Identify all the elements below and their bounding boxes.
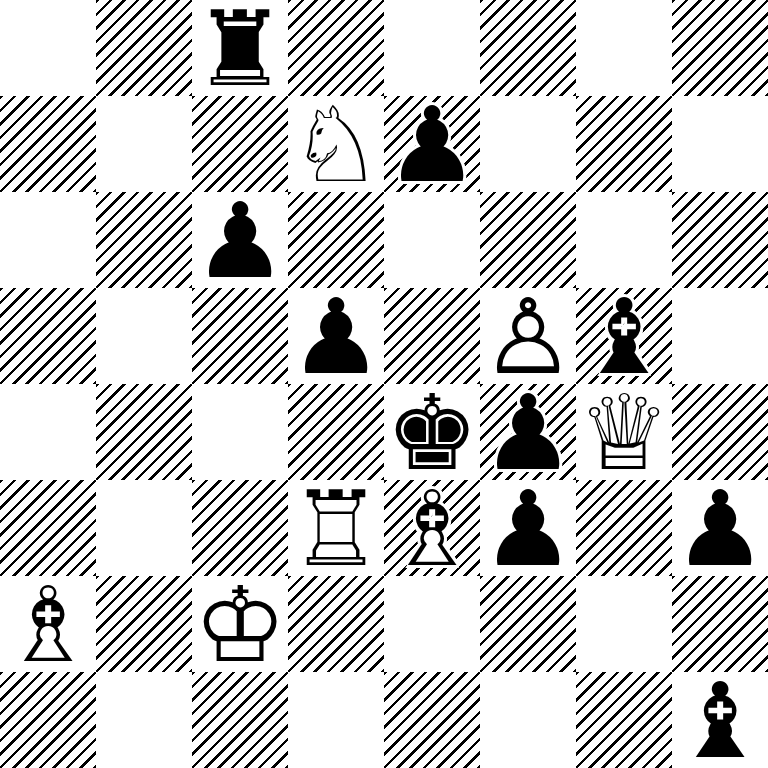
square-f3[interactable]: ♟♟ xyxy=(480,480,576,576)
square-a6[interactable] xyxy=(0,192,96,288)
chess-board: ♜♜♞♘♟♟♟♟♟♟♟♙♝♝♚♚♟♟♛♕♜♖♝♗♟♟♟♟♝♗♚♔♝♝ xyxy=(0,0,768,768)
square-b7[interactable] xyxy=(96,96,192,192)
piece-glyph: ♟ xyxy=(384,96,480,192)
piece-glyph: ♗ xyxy=(0,576,96,672)
piece-glyph: ♝ xyxy=(672,672,768,768)
square-f2[interactable] xyxy=(480,576,576,672)
piece-glyph: ♟ xyxy=(672,480,768,576)
square-d6[interactable] xyxy=(288,192,384,288)
square-f7[interactable] xyxy=(480,96,576,192)
square-h1[interactable]: ♝♝ xyxy=(672,672,768,768)
piece-glyph: ♗ xyxy=(384,480,480,576)
square-e5[interactable] xyxy=(384,288,480,384)
square-h2[interactable] xyxy=(672,576,768,672)
piece-black-pawn[interactable]: ♟♟ xyxy=(288,288,384,384)
square-b2[interactable] xyxy=(96,576,192,672)
piece-glyph: ♘ xyxy=(288,96,384,192)
piece-black-pawn[interactable]: ♟♟ xyxy=(480,384,576,480)
piece-black-pawn[interactable]: ♟♟ xyxy=(384,96,480,192)
piece-glyph: ♜ xyxy=(192,0,288,96)
square-c5[interactable] xyxy=(192,288,288,384)
piece-white-queen[interactable]: ♛♕ xyxy=(576,384,672,480)
square-h8[interactable] xyxy=(672,0,768,96)
square-f8[interactable] xyxy=(480,0,576,96)
square-a7[interactable] xyxy=(0,96,96,192)
square-g4[interactable]: ♛♕ xyxy=(576,384,672,480)
square-e1[interactable] xyxy=(384,672,480,768)
square-g2[interactable] xyxy=(576,576,672,672)
square-f6[interactable] xyxy=(480,192,576,288)
square-e7[interactable]: ♟♟ xyxy=(384,96,480,192)
square-c2[interactable]: ♚♔ xyxy=(192,576,288,672)
piece-black-king[interactable]: ♚♚ xyxy=(384,384,480,480)
piece-white-rook[interactable]: ♜♖ xyxy=(288,480,384,576)
square-h7[interactable] xyxy=(672,96,768,192)
square-c6[interactable]: ♟♟ xyxy=(192,192,288,288)
square-e8[interactable] xyxy=(384,0,480,96)
square-f5[interactable]: ♟♙ xyxy=(480,288,576,384)
square-c8[interactable]: ♜♜ xyxy=(192,0,288,96)
square-c7[interactable] xyxy=(192,96,288,192)
square-b5[interactable] xyxy=(96,288,192,384)
square-g6[interactable] xyxy=(576,192,672,288)
square-e4[interactable]: ♚♚ xyxy=(384,384,480,480)
piece-glyph: ♟ xyxy=(480,480,576,576)
square-a1[interactable] xyxy=(0,672,96,768)
square-h3[interactable]: ♟♟ xyxy=(672,480,768,576)
square-d8[interactable] xyxy=(288,0,384,96)
square-d1[interactable] xyxy=(288,672,384,768)
square-b8[interactable] xyxy=(96,0,192,96)
square-f4[interactable]: ♟♟ xyxy=(480,384,576,480)
piece-white-king[interactable]: ♚♔ xyxy=(192,576,288,672)
piece-black-bishop[interactable]: ♝♝ xyxy=(672,672,768,768)
square-a3[interactable] xyxy=(0,480,96,576)
square-g5[interactable]: ♝♝ xyxy=(576,288,672,384)
square-d3[interactable]: ♜♖ xyxy=(288,480,384,576)
square-h5[interactable] xyxy=(672,288,768,384)
piece-white-knight[interactable]: ♞♘ xyxy=(288,96,384,192)
square-b1[interactable] xyxy=(96,672,192,768)
square-e2[interactable] xyxy=(384,576,480,672)
piece-glyph: ♙ xyxy=(480,288,576,384)
piece-glyph: ♝ xyxy=(576,288,672,384)
square-a2[interactable]: ♝♗ xyxy=(0,576,96,672)
square-e3[interactable]: ♝♗ xyxy=(384,480,480,576)
square-c4[interactable] xyxy=(192,384,288,480)
square-a8[interactable] xyxy=(0,0,96,96)
square-d5[interactable]: ♟♟ xyxy=(288,288,384,384)
square-g7[interactable] xyxy=(576,96,672,192)
piece-black-pawn[interactable]: ♟♟ xyxy=(192,192,288,288)
square-a5[interactable] xyxy=(0,288,96,384)
piece-white-bishop[interactable]: ♝♗ xyxy=(384,480,480,576)
square-b3[interactable] xyxy=(96,480,192,576)
piece-white-pawn[interactable]: ♟♙ xyxy=(480,288,576,384)
piece-white-bishop[interactable]: ♝♗ xyxy=(0,576,96,672)
square-h4[interactable] xyxy=(672,384,768,480)
square-d7[interactable]: ♞♘ xyxy=(288,96,384,192)
square-g8[interactable] xyxy=(576,0,672,96)
square-c3[interactable] xyxy=(192,480,288,576)
square-d2[interactable] xyxy=(288,576,384,672)
square-a4[interactable] xyxy=(0,384,96,480)
square-d4[interactable] xyxy=(288,384,384,480)
square-f1[interactable] xyxy=(480,672,576,768)
square-g3[interactable] xyxy=(576,480,672,576)
piece-glyph: ♚ xyxy=(384,384,480,480)
square-g1[interactable] xyxy=(576,672,672,768)
piece-glyph: ♟ xyxy=(288,288,384,384)
piece-glyph: ♟ xyxy=(480,384,576,480)
piece-black-pawn[interactable]: ♟♟ xyxy=(672,480,768,576)
piece-glyph: ♕ xyxy=(576,384,672,480)
piece-glyph: ♖ xyxy=(288,480,384,576)
piece-black-rook[interactable]: ♜♜ xyxy=(192,0,288,96)
square-c1[interactable] xyxy=(192,672,288,768)
piece-glyph: ♔ xyxy=(192,576,288,672)
square-b4[interactable] xyxy=(96,384,192,480)
square-h6[interactable] xyxy=(672,192,768,288)
square-b6[interactable] xyxy=(96,192,192,288)
square-e6[interactable] xyxy=(384,192,480,288)
piece-black-bishop[interactable]: ♝♝ xyxy=(576,288,672,384)
piece-glyph: ♟ xyxy=(192,192,288,288)
piece-black-pawn[interactable]: ♟♟ xyxy=(480,480,576,576)
